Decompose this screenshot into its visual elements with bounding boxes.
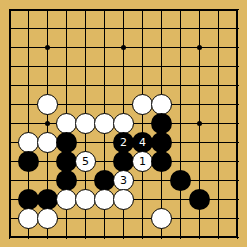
stone-number: 3 [120,175,127,186]
white-stone [56,189,77,210]
intersection-E3 [76,190,95,209]
intersection-D4 [57,171,76,190]
black-stone [170,170,191,191]
intersection-G7 [114,114,133,133]
intersection-J2 [152,209,171,228]
intersection-H6: 4 [133,133,152,152]
star-point [45,45,50,50]
stone-number: 4 [139,137,146,148]
white-stone [94,189,115,210]
star-point [121,45,126,50]
black-stone [151,113,172,134]
white-stone [132,94,153,115]
white-stone [94,113,115,134]
intersection-D7 [57,114,76,133]
intersection-K4 [171,171,190,190]
intersection-G4: 3 [114,171,133,190]
intersection-F3 [95,190,114,209]
intersection-J7 [152,114,171,133]
black-stone [94,170,115,191]
white-stone [56,113,77,134]
white-stone [151,94,172,115]
intersection-D6 [57,133,76,152]
go-board: 24513 [0,0,247,247]
intersection-L3 [190,190,209,209]
black-stone [113,151,134,172]
intersection-H8 [133,95,152,114]
white-stone [75,113,96,134]
intersection-F7 [95,114,114,133]
star-point [197,121,202,126]
white-stone [37,208,58,229]
white-stone [18,132,39,153]
star-point [197,45,202,50]
white-stone [113,113,134,134]
intersection-B3 [19,190,38,209]
intersection-C6 [38,133,57,152]
intersection-G3 [114,190,133,209]
white-stone [18,208,39,229]
black-stone [56,132,77,153]
black-stone [18,151,39,172]
black-stone [37,189,58,210]
intersection-J5 [152,152,171,171]
go-board-diagram: 24513 [0,0,247,247]
intersection-D5 [57,152,76,171]
intersection-J8 [152,95,171,114]
intersection-B5 [19,152,38,171]
star-point [45,121,50,126]
intersection-D3 [57,190,76,209]
stone-number: 2 [120,137,127,148]
black-stone [56,170,77,191]
intersection-G6: 2 [114,133,133,152]
white-stone [151,208,172,229]
intersection-C2 [38,209,57,228]
white-stone: 5 [75,151,96,172]
intersection-C8 [38,95,57,114]
black-stone [18,189,39,210]
intersection-B2 [19,209,38,228]
white-stone [37,94,58,115]
white-stone: 1 [132,151,153,172]
intersection-C3 [38,190,57,209]
intersection-B6 [19,133,38,152]
black-stone: 2 [113,132,134,153]
intersection-E5: 5 [76,152,95,171]
intersection-E7 [76,114,95,133]
intersection-G5 [114,152,133,171]
white-stone [37,132,58,153]
black-stone [189,189,210,210]
intersection-J6 [152,133,171,152]
black-stone [151,132,172,153]
black-stone [56,151,77,172]
white-stone [113,189,134,210]
black-stone: 4 [132,132,153,153]
stone-number: 5 [82,156,89,167]
white-stone [75,189,96,210]
white-stone: 3 [113,170,134,191]
intersection-F4 [95,171,114,190]
intersection-H5: 1 [133,152,152,171]
black-stone [151,151,172,172]
stone-number: 1 [139,156,146,167]
